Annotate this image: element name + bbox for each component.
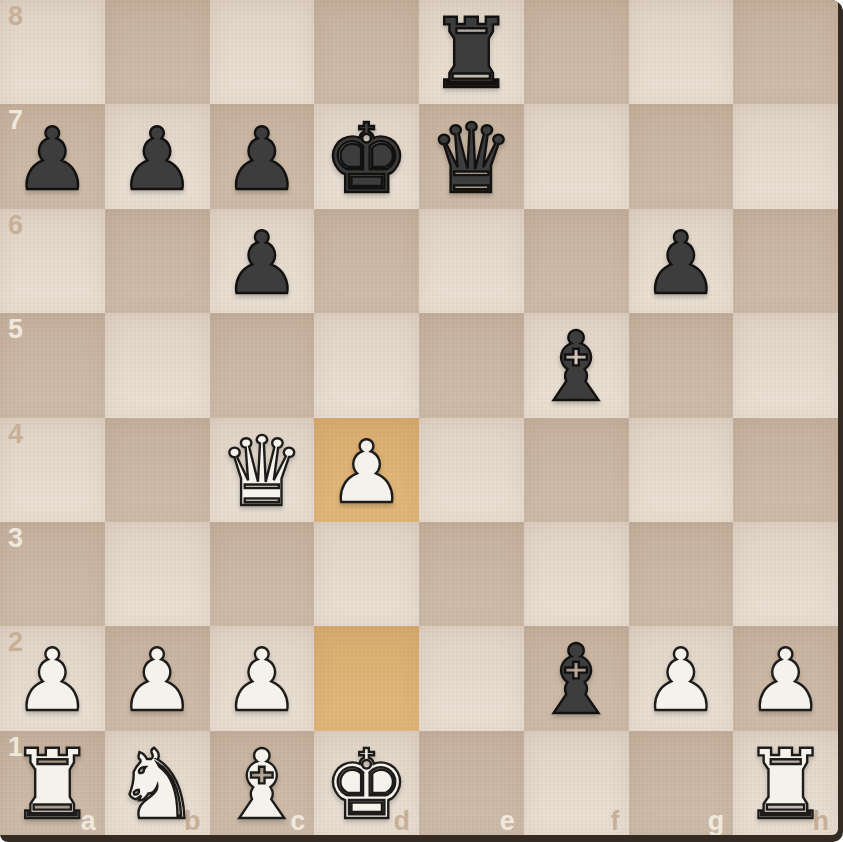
square-c4[interactable]: ♛ [210,418,315,522]
square-c7[interactable]: ♟ [210,104,315,208]
piece-white-pawn-b2[interactable]: ♟ [119,637,196,723]
piece-black-bishop-f2[interactable]: ♝ [533,632,619,728]
piece-white-pawn-c2[interactable]: ♟ [223,637,300,723]
piece-black-bishop-f5[interactable]: ♝ [533,319,619,415]
piece-black-king-d7[interactable]: ♚ [324,111,410,207]
square-d5[interactable] [314,313,419,417]
square-g7[interactable] [629,104,734,208]
square-b3[interactable] [105,522,210,626]
rank-label-3: 3 [8,525,23,552]
rank-label-6: 6 [8,212,23,239]
piece-black-pawn-g6[interactable]: ♟ [642,220,719,306]
square-b5[interactable] [105,313,210,417]
square-e1[interactable]: e [419,731,524,835]
square-c5[interactable] [210,313,315,417]
square-d6[interactable] [314,209,419,313]
square-c8[interactable] [210,0,315,104]
file-label-g: g [708,807,725,835]
square-e2[interactable] [419,626,524,730]
square-e4[interactable] [419,418,524,522]
square-a4[interactable]: 4 [0,418,105,522]
square-c2[interactable]: ♟ [210,626,315,730]
square-h8[interactable] [733,0,838,104]
square-f5[interactable]: ♝ [524,313,629,417]
square-a7[interactable]: 7♟ [0,104,105,208]
square-h5[interactable] [733,313,838,417]
piece-black-pawn-c6[interactable]: ♟ [223,220,300,306]
square-g1[interactable]: g [629,731,734,835]
square-g8[interactable] [629,0,734,104]
square-h4[interactable] [733,418,838,522]
square-b7[interactable]: ♟ [105,104,210,208]
square-a8[interactable]: 8 [0,0,105,104]
square-b1[interactable]: b♞ [105,731,210,835]
square-h3[interactable] [733,522,838,626]
piece-black-pawn-c7[interactable]: ♟ [223,116,300,202]
piece-white-pawn-g2[interactable]: ♟ [642,637,719,723]
piece-white-king-d1[interactable]: ♚ [324,737,410,833]
square-d8[interactable] [314,0,419,104]
square-b8[interactable] [105,0,210,104]
piece-white-pawn-h2[interactable]: ♟ [747,637,824,723]
piece-black-queen-e7[interactable]: ♛ [428,111,514,207]
chess-board: 8♜7♟♟♟♚♛6♟♟5♝4♛♟32♟♟♟♝♟♟1a♜b♞c♝d♚efgh♜ [0,0,838,835]
square-a3[interactable]: 3 [0,522,105,626]
square-f6[interactable] [524,209,629,313]
square-a6[interactable]: 6 [0,209,105,313]
piece-white-pawn-a2[interactable]: ♟ [14,637,91,723]
piece-black-pawn-b7[interactable]: ♟ [119,116,196,202]
square-f8[interactable] [524,0,629,104]
square-b6[interactable] [105,209,210,313]
piece-white-rook-h1[interactable]: ♜ [743,737,829,833]
square-g4[interactable] [629,418,734,522]
square-b2[interactable]: ♟ [105,626,210,730]
file-label-e: e [500,807,515,835]
file-label-f: f [611,807,620,835]
square-f1[interactable]: f [524,731,629,835]
square-g6[interactable]: ♟ [629,209,734,313]
square-b4[interactable] [105,418,210,522]
square-f7[interactable] [524,104,629,208]
square-a5[interactable]: 5 [0,313,105,417]
square-e6[interactable] [419,209,524,313]
square-h2[interactable]: ♟ [733,626,838,730]
rank-label-8: 8 [8,3,23,30]
square-e8[interactable]: ♜ [419,0,524,104]
piece-white-pawn-d4[interactable]: ♟ [328,429,405,515]
square-h1[interactable]: h♜ [733,731,838,835]
square-d1[interactable]: d♚ [314,731,419,835]
square-d4[interactable]: ♟ [314,418,419,522]
square-f4[interactable] [524,418,629,522]
square-e3[interactable] [419,522,524,626]
square-g2[interactable]: ♟ [629,626,734,730]
square-h6[interactable] [733,209,838,313]
square-a2[interactable]: 2♟ [0,626,105,730]
square-c6[interactable]: ♟ [210,209,315,313]
square-d2[interactable] [314,626,419,730]
chess-board-frame: 8♜7♟♟♟♚♛6♟♟5♝4♛♟32♟♟♟♝♟♟1a♜b♞c♝d♚efgh♜ [0,0,843,842]
square-e5[interactable] [419,313,524,417]
piece-black-rook-e8[interactable]: ♜ [428,6,514,102]
square-g3[interactable] [629,522,734,626]
square-d7[interactable]: ♚ [314,104,419,208]
square-g5[interactable] [629,313,734,417]
square-f3[interactable] [524,522,629,626]
square-c1[interactable]: c♝ [210,731,315,835]
square-d3[interactable] [314,522,419,626]
piece-black-pawn-a7[interactable]: ♟ [14,116,91,202]
square-f2[interactable]: ♝ [524,626,629,730]
square-h7[interactable] [733,104,838,208]
piece-white-bishop-c1[interactable]: ♝ [219,737,305,833]
rank-label-4: 4 [8,421,23,448]
square-c3[interactable] [210,522,315,626]
piece-white-knight-b1[interactable]: ♞ [114,737,200,833]
square-a1[interactable]: 1a♜ [0,731,105,835]
piece-white-rook-a1[interactable]: ♜ [9,737,95,833]
rank-label-5: 5 [8,316,23,343]
square-e7[interactable]: ♛ [419,104,524,208]
piece-white-queen-c4[interactable]: ♛ [219,424,305,520]
